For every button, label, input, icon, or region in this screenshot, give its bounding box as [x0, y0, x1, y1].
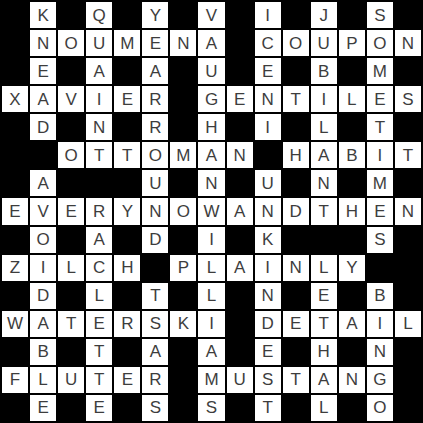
letter-cell-r7c12[interactable]: H [339, 198, 365, 224]
block-cell-r0c14 [395, 2, 421, 28]
letter-cell-r14c5[interactable]: S [142, 395, 168, 421]
letter-cell-r1c14[interactable]: N [395, 30, 421, 56]
letter-cell-r11c10[interactable]: E [283, 311, 309, 337]
letter-cell-r9c1[interactable]: I [30, 255, 56, 281]
letter-cell-r8c1[interactable]: O [30, 227, 56, 253]
letter-cell-r1c1[interactable]: N [30, 30, 56, 56]
letter-cell-r8c13[interactable]: S [367, 227, 393, 253]
block-cell-r8c0 [2, 227, 28, 253]
letter-cell-r11c5[interactable]: S [142, 311, 168, 337]
letter-cell-r11c14[interactable]: L [395, 311, 421, 337]
block-cell-r8c6 [170, 227, 196, 253]
letter-cell-r10c3[interactable]: L [86, 283, 112, 309]
block-cell-r8c4 [114, 227, 140, 253]
block-cell-r12c6 [170, 339, 196, 365]
letter-cell-r6c5[interactable]: U [142, 170, 168, 196]
letter-cell-r2c13[interactable]: M [367, 58, 393, 84]
letter-cell-r4c11[interactable]: L [311, 114, 337, 140]
letter-cell-r3c11[interactable]: I [311, 86, 337, 112]
letter-cell-r5c5[interactable]: O [142, 142, 168, 168]
letter-cell-r14c7[interactable]: S [198, 395, 224, 421]
letter-cell-r1c6[interactable]: N [170, 30, 196, 56]
letter-cell-r12c3[interactable]: T [86, 339, 112, 365]
letter-cell-r1c4[interactable]: M [114, 30, 140, 56]
letter-cell-r5c3[interactable]: T [86, 142, 112, 168]
letter-cell-r12c11[interactable]: H [311, 339, 337, 365]
block-cell-r6c6 [170, 170, 196, 196]
letter-cell-r1c2[interactable]: O [58, 30, 84, 56]
letter-cell-r1c11[interactable]: U [311, 30, 337, 56]
block-cell-r8c11 [311, 227, 337, 253]
letter-cell-r10c5[interactable]: T [142, 283, 168, 309]
letter-cell-r1c5[interactable]: E [142, 30, 168, 56]
letter-cell-r14c13[interactable]: O [367, 395, 393, 421]
block-cell-r12c4 [114, 339, 140, 365]
letter-cell-r0c13[interactable]: S [367, 2, 393, 28]
block-cell-r2c10 [283, 58, 309, 84]
block-cell-r9c5 [142, 255, 168, 281]
letter-cell-r2c1[interactable]: E [30, 58, 56, 84]
block-cell-r12c8 [227, 339, 253, 365]
letter-cell-r2c3[interactable]: A [86, 58, 112, 84]
letter-cell-r14c11[interactable]: L [311, 395, 337, 421]
letter-cell-r9c0[interactable]: Z [2, 255, 28, 281]
letter-cell-r7c0[interactable]: E [2, 198, 28, 224]
letter-cell-r3c5[interactable]: R [142, 86, 168, 112]
letter-cell-r5c6[interactable]: M [170, 142, 196, 168]
block-cell-r12c2 [58, 339, 84, 365]
letter-cell-r4c3[interactable]: N [86, 114, 112, 140]
letter-cell-r13c13[interactable]: G [367, 367, 393, 393]
block-cell-r14c14 [395, 395, 421, 421]
block-cell-r4c8 [227, 114, 253, 140]
block-cell-r10c8 [227, 283, 253, 309]
block-cell-r5c1 [30, 142, 56, 168]
block-cell-r0c4 [114, 2, 140, 28]
letter-cell-r4c1[interactable]: D [30, 114, 56, 140]
letter-cell-r3c2[interactable]: V [58, 86, 84, 112]
letter-cell-r7c6[interactable]: O [170, 198, 196, 224]
block-cell-r14c6 [170, 395, 196, 421]
letter-cell-r2c9[interactable]: E [255, 58, 281, 84]
block-cell-r6c8 [227, 170, 253, 196]
block-cell-r5c0 [2, 142, 28, 168]
block-cell-r2c2 [58, 58, 84, 84]
block-cell-r8c2 [58, 227, 84, 253]
letter-cell-r3c7[interactable]: G [198, 86, 224, 112]
letter-cell-r2c7[interactable]: U [198, 58, 224, 84]
block-cell-r10c4 [114, 283, 140, 309]
block-cell-r0c0 [2, 2, 28, 28]
block-cell-r8c10 [283, 227, 309, 253]
block-cell-r1c8 [227, 30, 253, 56]
letter-cell-r5c4[interactable]: T [114, 142, 140, 168]
letter-cell-r13c10[interactable]: T [283, 367, 309, 393]
letter-cell-r11c12[interactable]: A [339, 311, 365, 337]
block-cell-r10c0 [2, 283, 28, 309]
block-cell-r5c9 [255, 142, 281, 168]
block-cell-r6c0 [2, 170, 28, 196]
block-cell-r14c0 [2, 395, 28, 421]
block-cell-r13c6 [170, 367, 196, 393]
letter-cell-r13c2[interactable]: U [58, 367, 84, 393]
block-cell-r8c14 [395, 227, 421, 253]
letter-cell-r8c9[interactable]: K [255, 227, 281, 253]
block-cell-r0c8 [227, 2, 253, 28]
block-cell-r0c2 [58, 2, 84, 28]
letter-cell-r3c1[interactable]: A [30, 86, 56, 112]
block-cell-r4c12 [339, 114, 365, 140]
block-cell-r2c0 [2, 58, 28, 84]
block-cell-r4c10 [283, 114, 309, 140]
letter-cell-r10c7[interactable]: L [198, 283, 224, 309]
letter-cell-r3c3[interactable]: I [86, 86, 112, 112]
letter-cell-r9c2[interactable]: L [58, 255, 84, 281]
letter-cell-r5c10[interactable]: H [283, 142, 309, 168]
block-cell-r6c4 [114, 170, 140, 196]
letter-cell-r0c7[interactable]: V [198, 2, 224, 28]
block-cell-r9c14 [395, 255, 421, 281]
letter-cell-r9c11[interactable]: L [311, 255, 337, 281]
letter-cell-r3c12[interactable]: L [339, 86, 365, 112]
letter-cell-r10c11[interactable]: E [311, 283, 337, 309]
block-cell-r4c0 [2, 114, 28, 140]
block-cell-r6c12 [339, 170, 365, 196]
letter-cell-r11c1[interactable]: A [30, 311, 56, 337]
letter-cell-r13c0[interactable]: F [2, 367, 28, 393]
block-cell-r0c10 [283, 2, 309, 28]
letter-cell-r14c1[interactable]: E [30, 395, 56, 421]
letter-cell-r11c0[interactable]: W [2, 311, 28, 337]
block-cell-r10c2 [58, 283, 84, 309]
block-cell-r2c14 [395, 58, 421, 84]
block-cell-r2c8 [227, 58, 253, 84]
letter-cell-r13c3[interactable]: T [86, 367, 112, 393]
letter-cell-r3c0[interactable]: X [2, 86, 28, 112]
letter-cell-r7c2[interactable]: E [58, 198, 84, 224]
letter-cell-r9c4[interactable]: H [114, 255, 140, 281]
block-cell-r8c8 [227, 227, 253, 253]
letter-cell-r4c7[interactable]: H [198, 114, 224, 140]
letter-cell-r11c6[interactable]: K [170, 311, 196, 337]
letter-cell-r0c9[interactable]: I [255, 2, 281, 28]
letter-cell-r11c11[interactable]: T [311, 311, 337, 337]
letter-cell-r8c3[interactable]: A [86, 227, 112, 253]
block-cell-r11c8 [227, 311, 253, 337]
block-cell-r6c2 [58, 170, 84, 196]
block-cell-r0c12 [339, 2, 365, 28]
block-cell-r3c6 [170, 86, 196, 112]
block-cell-r4c6 [170, 114, 196, 140]
letter-cell-r14c9[interactable]: T [255, 395, 281, 421]
letter-cell-r1c9[interactable]: C [255, 30, 281, 56]
block-cell-r12c12 [339, 339, 365, 365]
letter-cell-r8c5[interactable]: D [142, 227, 168, 253]
letter-cell-r13c8[interactable]: U [227, 367, 253, 393]
letter-cell-r5c14[interactable]: T [395, 142, 421, 168]
letter-cell-r4c13[interactable]: T [367, 114, 393, 140]
letter-cell-r9c8[interactable]: A [227, 255, 253, 281]
block-cell-r4c4 [114, 114, 140, 140]
letter-cell-r13c9[interactable]: S [255, 367, 281, 393]
letter-cell-r7c10[interactable]: D [283, 198, 309, 224]
letter-cell-r6c13[interactable]: M [367, 170, 393, 196]
letter-cell-r9c7[interactable]: L [198, 255, 224, 281]
letter-cell-r9c10[interactable]: N [283, 255, 309, 281]
letter-cell-r0c1[interactable]: K [30, 2, 56, 28]
letter-cell-r11c9[interactable]: D [255, 311, 281, 337]
letter-cell-r7c1[interactable]: V [30, 198, 56, 224]
letter-cell-r3c13[interactable]: E [367, 86, 393, 112]
letter-cell-r1c12[interactable]: P [339, 30, 365, 56]
letter-cell-r4c9[interactable]: I [255, 114, 281, 140]
letter-cell-r13c5[interactable]: R [142, 367, 168, 393]
letter-cell-r5c7[interactable]: A [198, 142, 224, 168]
letter-cell-r4c5[interactable]: R [142, 114, 168, 140]
letter-cell-r1c13[interactable]: O [367, 30, 393, 56]
block-cell-r12c10 [283, 339, 309, 365]
letter-cell-r7c4[interactable]: Y [114, 198, 140, 224]
letter-cell-r2c5[interactable]: A [142, 58, 168, 84]
block-cell-r4c14 [395, 114, 421, 140]
block-cell-r14c12 [339, 395, 365, 421]
block-cell-r6c10 [283, 170, 309, 196]
letter-cell-r0c3[interactable]: Q [86, 2, 112, 28]
letter-cell-r5c8[interactable]: N [227, 142, 253, 168]
letter-cell-r13c12[interactable]: N [339, 367, 365, 393]
letter-cell-r7c14[interactable]: N [395, 198, 421, 224]
block-cell-r2c4 [114, 58, 140, 84]
block-cell-r12c0 [2, 339, 28, 365]
letter-cell-r7c7[interactable]: W [198, 198, 224, 224]
letter-cell-r1c10[interactable]: O [283, 30, 309, 56]
block-cell-r4c2 [58, 114, 84, 140]
block-cell-r14c10 [283, 395, 309, 421]
letter-cell-r3c4[interactable]: E [114, 86, 140, 112]
letter-cell-r11c4[interactable]: R [114, 311, 140, 337]
letter-cell-r5c2[interactable]: O [58, 142, 84, 168]
letter-cell-r9c6[interactable]: P [170, 255, 196, 281]
block-cell-r14c4 [114, 395, 140, 421]
letter-cell-r5c11[interactable]: A [311, 142, 337, 168]
letter-cell-r3c14[interactable]: S [395, 86, 421, 112]
block-cell-r10c6 [170, 283, 196, 309]
letter-cell-r2c11[interactable]: B [311, 58, 337, 84]
letter-cell-r12c7[interactable]: A [198, 339, 224, 365]
block-cell-r0c6 [170, 2, 196, 28]
letter-cell-r10c9[interactable]: N [255, 283, 281, 309]
block-cell-r1c0 [2, 30, 28, 56]
letter-cell-r6c7[interactable]: N [198, 170, 224, 196]
letter-cell-r13c7[interactable]: M [198, 367, 224, 393]
letter-cell-r0c5[interactable]: Y [142, 2, 168, 28]
crossword-board: KQYVIJSNOUMENACOUPONEAAUEBMXAVIERGENTILE… [0, 0, 423, 423]
letter-cell-r9c3[interactable]: C [86, 255, 112, 281]
block-cell-r8c12 [339, 227, 365, 253]
block-cell-r6c3 [86, 170, 112, 196]
letter-cell-r3c9[interactable]: N [255, 86, 281, 112]
letter-cell-r0c11[interactable]: J [311, 2, 337, 28]
letter-cell-r13c11[interactable]: A [311, 367, 337, 393]
letter-cell-r14c3[interactable]: E [86, 395, 112, 421]
letter-cell-r5c13[interactable]: I [367, 142, 393, 168]
letter-cell-r10c13[interactable]: B [367, 283, 393, 309]
letter-cell-r5c12[interactable]: B [339, 142, 365, 168]
letter-cell-r7c11[interactable]: T [311, 198, 337, 224]
block-cell-r14c8 [227, 395, 253, 421]
block-cell-r6c14 [395, 170, 421, 196]
letter-cell-r11c2[interactable]: T [58, 311, 84, 337]
letter-cell-r7c9[interactable]: N [255, 198, 281, 224]
letter-cell-r11c7[interactable]: I [198, 311, 224, 337]
letter-cell-r6c1[interactable]: A [30, 170, 56, 196]
letter-cell-r7c13[interactable]: E [367, 198, 393, 224]
block-cell-r14c2 [58, 395, 84, 421]
letter-cell-r3c8[interactable]: E [227, 86, 253, 112]
block-cell-r10c14 [395, 283, 421, 309]
letter-cell-r12c1[interactable]: B [30, 339, 56, 365]
letter-cell-r12c13[interactable]: N [367, 339, 393, 365]
block-cell-r10c12 [339, 283, 365, 309]
letter-cell-r7c8[interactable]: A [227, 198, 253, 224]
letter-cell-r11c13[interactable]: I [367, 311, 393, 337]
block-cell-r10c10 [283, 283, 309, 309]
letter-cell-r7c3[interactable]: R [86, 198, 112, 224]
letter-cell-r1c7[interactable]: A [198, 30, 224, 56]
letter-cell-r9c12[interactable]: Y [339, 255, 365, 281]
letter-cell-r3c10[interactable]: T [283, 86, 309, 112]
letter-cell-r6c9[interactable]: U [255, 170, 281, 196]
letter-cell-r11c3[interactable]: E [86, 311, 112, 337]
letter-cell-r10c1[interactable]: D [30, 283, 56, 309]
letter-cell-r7c5[interactable]: N [142, 198, 168, 224]
block-cell-r13c14 [395, 367, 421, 393]
block-cell-r2c6 [170, 58, 196, 84]
letter-cell-r12c9[interactable]: E [255, 339, 281, 365]
letter-cell-r6c11[interactable]: N [311, 170, 337, 196]
letter-cell-r12c5[interactable]: A [142, 339, 168, 365]
letter-cell-r13c1[interactable]: L [30, 367, 56, 393]
block-cell-r12c14 [395, 339, 421, 365]
letter-cell-r1c3[interactable]: U [86, 30, 112, 56]
letter-cell-r8c7[interactable]: I [198, 227, 224, 253]
block-cell-r2c12 [339, 58, 365, 84]
block-cell-r9c13 [367, 255, 393, 281]
letter-cell-r13c4[interactable]: E [114, 367, 140, 393]
letter-cell-r9c9[interactable]: I [255, 255, 281, 281]
